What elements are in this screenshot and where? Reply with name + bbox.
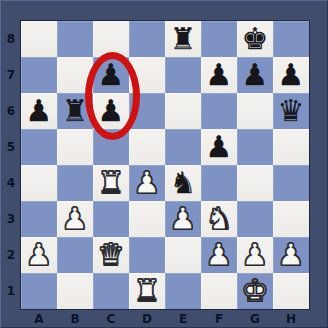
square-e4[interactable]: ♞ bbox=[165, 165, 201, 201]
chess-diagram: ♜♚♟♟♟♟♟♜♟♛♟♜♟♞♟♟♞♟♛♟♟♟♜♚ 87654321 ABCDEF… bbox=[0, 0, 328, 328]
square-c8[interactable] bbox=[93, 21, 129, 57]
square-h2[interactable]: ♟ bbox=[273, 237, 309, 273]
square-h5[interactable] bbox=[273, 129, 309, 165]
square-f5[interactable]: ♟ bbox=[201, 129, 237, 165]
square-d2[interactable] bbox=[129, 237, 165, 273]
black-rook-piece: ♜ bbox=[62, 93, 89, 129]
white-king-piece: ♚ bbox=[242, 273, 269, 309]
square-e3[interactable]: ♟ bbox=[165, 201, 201, 237]
square-h3[interactable] bbox=[273, 201, 309, 237]
white-rook-piece: ♜ bbox=[134, 273, 161, 309]
square-a2[interactable]: ♟ bbox=[21, 237, 57, 273]
file-label-b: B bbox=[57, 309, 93, 328]
rank-label-7: 7 bbox=[1, 57, 21, 93]
square-a3[interactable] bbox=[21, 201, 57, 237]
square-d7[interactable] bbox=[129, 57, 165, 93]
rank-label-5: 5 bbox=[1, 129, 21, 165]
square-g4[interactable] bbox=[237, 165, 273, 201]
black-pawn-piece: ♟ bbox=[98, 57, 125, 93]
black-pawn-piece: ♟ bbox=[206, 129, 233, 165]
black-pawn-piece: ♟ bbox=[242, 57, 269, 93]
square-f6[interactable] bbox=[201, 93, 237, 129]
square-c2[interactable]: ♛ bbox=[93, 237, 129, 273]
square-b2[interactable] bbox=[57, 237, 93, 273]
black-queen-piece: ♛ bbox=[278, 93, 305, 129]
white-knight-piece: ♞ bbox=[206, 201, 233, 237]
rank-label-6: 6 bbox=[1, 93, 21, 129]
square-d3[interactable] bbox=[129, 201, 165, 237]
square-g3[interactable] bbox=[237, 201, 273, 237]
square-h8[interactable] bbox=[273, 21, 309, 57]
square-e1[interactable] bbox=[165, 273, 201, 309]
square-e5[interactable] bbox=[165, 129, 201, 165]
square-a6[interactable]: ♟ bbox=[21, 93, 57, 129]
white-rook-piece: ♜ bbox=[98, 165, 125, 201]
rank-label-2: 2 bbox=[1, 237, 21, 273]
white-pawn-piece: ♟ bbox=[242, 237, 269, 273]
black-king-piece: ♚ bbox=[242, 21, 269, 57]
square-b6[interactable]: ♜ bbox=[57, 93, 93, 129]
square-g5[interactable] bbox=[237, 129, 273, 165]
square-a4[interactable] bbox=[21, 165, 57, 201]
rank-label-1: 1 bbox=[1, 273, 21, 309]
square-a7[interactable] bbox=[21, 57, 57, 93]
square-e6[interactable] bbox=[165, 93, 201, 129]
square-b4[interactable] bbox=[57, 165, 93, 201]
black-pawn-piece: ♟ bbox=[278, 57, 305, 93]
square-g2[interactable]: ♟ bbox=[237, 237, 273, 273]
square-b5[interactable] bbox=[57, 129, 93, 165]
square-e7[interactable] bbox=[165, 57, 201, 93]
file-label-a: A bbox=[21, 309, 57, 328]
square-b1[interactable] bbox=[57, 273, 93, 309]
square-g6[interactable] bbox=[237, 93, 273, 129]
square-d1[interactable]: ♜ bbox=[129, 273, 165, 309]
square-f7[interactable]: ♟ bbox=[201, 57, 237, 93]
square-f8[interactable] bbox=[201, 21, 237, 57]
white-queen-piece: ♛ bbox=[98, 237, 125, 273]
square-c6[interactable]: ♟ bbox=[93, 93, 129, 129]
rank-label-4: 4 bbox=[1, 165, 21, 201]
square-b8[interactable] bbox=[57, 21, 93, 57]
black-pawn-piece: ♟ bbox=[98, 93, 125, 129]
square-d8[interactable] bbox=[129, 21, 165, 57]
file-label-e: E bbox=[165, 309, 201, 328]
black-pawn-piece: ♟ bbox=[206, 57, 233, 93]
square-h7[interactable]: ♟ bbox=[273, 57, 309, 93]
file-label-f: F bbox=[201, 309, 237, 328]
black-knight-piece: ♞ bbox=[170, 165, 197, 201]
white-pawn-piece: ♟ bbox=[26, 237, 53, 273]
square-h1[interactable] bbox=[273, 273, 309, 309]
file-label-d: D bbox=[129, 309, 165, 328]
white-pawn-piece: ♟ bbox=[206, 237, 233, 273]
white-pawn-piece: ♟ bbox=[62, 201, 89, 237]
square-c4[interactable]: ♜ bbox=[93, 165, 129, 201]
white-pawn-piece: ♟ bbox=[170, 201, 197, 237]
square-c5[interactable] bbox=[93, 129, 129, 165]
square-d4[interactable]: ♟ bbox=[129, 165, 165, 201]
square-f3[interactable]: ♞ bbox=[201, 201, 237, 237]
black-pawn-piece: ♟ bbox=[26, 93, 53, 129]
square-f4[interactable] bbox=[201, 165, 237, 201]
board: ♜♚♟♟♟♟♟♜♟♛♟♜♟♞♟♟♞♟♛♟♟♟♜♚ bbox=[21, 21, 309, 309]
square-e8[interactable]: ♜ bbox=[165, 21, 201, 57]
square-a1[interactable] bbox=[21, 273, 57, 309]
file-labels: ABCDEFGH bbox=[21, 309, 309, 328]
square-g8[interactable]: ♚ bbox=[237, 21, 273, 57]
square-g1[interactable]: ♚ bbox=[237, 273, 273, 309]
square-d6[interactable] bbox=[129, 93, 165, 129]
file-label-c: C bbox=[93, 309, 129, 328]
square-a8[interactable] bbox=[21, 21, 57, 57]
square-b7[interactable] bbox=[57, 57, 93, 93]
square-h6[interactable]: ♛ bbox=[273, 93, 309, 129]
black-rook-piece: ♜ bbox=[170, 21, 197, 57]
square-c3[interactable] bbox=[93, 201, 129, 237]
square-c7[interactable]: ♟ bbox=[93, 57, 129, 93]
file-label-h: H bbox=[273, 309, 309, 328]
square-f2[interactable]: ♟ bbox=[201, 237, 237, 273]
square-a5[interactable] bbox=[21, 129, 57, 165]
square-d5[interactable] bbox=[129, 129, 165, 165]
rank-label-3: 3 bbox=[1, 201, 21, 237]
square-b3[interactable]: ♟ bbox=[57, 201, 93, 237]
square-c1[interactable] bbox=[93, 273, 129, 309]
square-e2[interactable] bbox=[165, 237, 201, 273]
square-h4[interactable] bbox=[273, 165, 309, 201]
white-pawn-piece: ♟ bbox=[278, 237, 305, 273]
rank-label-8: 8 bbox=[1, 21, 21, 57]
square-f1[interactable] bbox=[201, 273, 237, 309]
square-g7[interactable]: ♟ bbox=[237, 57, 273, 93]
rank-labels: 87654321 bbox=[1, 21, 21, 309]
file-label-g: G bbox=[237, 309, 273, 328]
white-pawn-piece: ♟ bbox=[134, 165, 161, 201]
